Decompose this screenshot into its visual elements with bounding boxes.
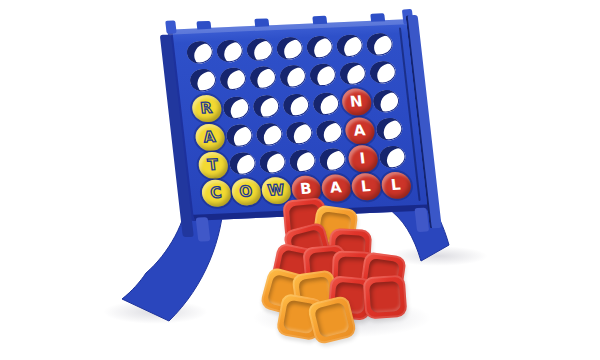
product-photo-scene: RNAATICOWBALL bbox=[0, 0, 600, 360]
spare-tile-red bbox=[363, 275, 408, 320]
spare-tiles-pile bbox=[0, 0, 600, 360]
tile-recess bbox=[314, 302, 350, 338]
tile-recess bbox=[369, 281, 401, 313]
